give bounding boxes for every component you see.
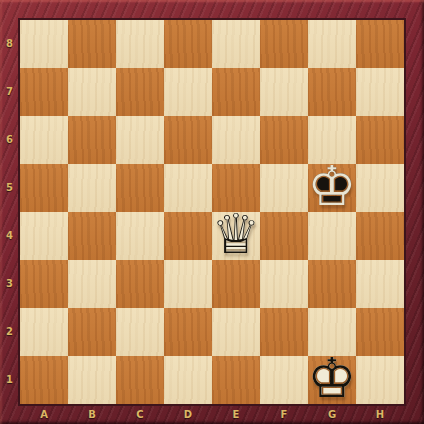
square-d3[interactable] bbox=[164, 260, 212, 308]
file-label-f: F bbox=[260, 406, 308, 424]
square-f8[interactable] bbox=[260, 20, 308, 68]
square-b4[interactable] bbox=[68, 212, 116, 260]
rank-label-8: 8 bbox=[1, 20, 18, 68]
square-d7[interactable] bbox=[164, 68, 212, 116]
black-king-outline-glyph: ♔ bbox=[308, 162, 356, 210]
square-b6[interactable] bbox=[68, 116, 116, 164]
square-c3[interactable] bbox=[116, 260, 164, 308]
rank-label-4: 4 bbox=[1, 212, 18, 260]
square-g3[interactable] bbox=[308, 260, 356, 308]
square-c7[interactable] bbox=[116, 68, 164, 116]
square-h7[interactable] bbox=[356, 68, 404, 116]
square-f2[interactable] bbox=[260, 308, 308, 356]
square-a2[interactable] bbox=[20, 308, 68, 356]
file-label-c: C bbox=[116, 406, 164, 424]
square-h8[interactable] bbox=[356, 20, 404, 68]
file-label-d: D bbox=[164, 406, 212, 424]
square-b2[interactable] bbox=[68, 308, 116, 356]
square-a3[interactable] bbox=[20, 260, 68, 308]
square-h5[interactable] bbox=[356, 164, 404, 212]
square-e4[interactable]: ♛♕ bbox=[212, 212, 260, 260]
square-g6[interactable] bbox=[308, 116, 356, 164]
square-f7[interactable] bbox=[260, 68, 308, 116]
rank-label-5: 5 bbox=[1, 164, 18, 212]
square-e1[interactable] bbox=[212, 356, 260, 404]
square-d4[interactable] bbox=[164, 212, 212, 260]
white-king-filled-glyph: ♚ bbox=[308, 354, 356, 402]
square-a6[interactable] bbox=[20, 116, 68, 164]
square-e2[interactable] bbox=[212, 308, 260, 356]
square-f1[interactable] bbox=[260, 356, 308, 404]
square-c4[interactable] bbox=[116, 212, 164, 260]
square-e6[interactable] bbox=[212, 116, 260, 164]
square-b1[interactable] bbox=[68, 356, 116, 404]
rank-label-2: 2 bbox=[1, 308, 18, 356]
square-e7[interactable] bbox=[212, 68, 260, 116]
rank-label-6: 6 bbox=[1, 116, 18, 164]
square-d5[interactable] bbox=[164, 164, 212, 212]
square-h2[interactable] bbox=[356, 308, 404, 356]
square-c5[interactable] bbox=[116, 164, 164, 212]
square-h1[interactable] bbox=[356, 356, 404, 404]
chess-board-frame: ♚♔♛♕♚♔ 87654321 ABCDEFGH bbox=[0, 0, 424, 424]
white-queen-filled-glyph: ♛ bbox=[212, 210, 260, 258]
square-g2[interactable] bbox=[308, 308, 356, 356]
square-f4[interactable] bbox=[260, 212, 308, 260]
white-king-outline-glyph: ♔ bbox=[308, 354, 356, 402]
square-b7[interactable] bbox=[68, 68, 116, 116]
rank-label-1: 1 bbox=[1, 356, 18, 404]
square-g8[interactable] bbox=[308, 20, 356, 68]
square-c8[interactable] bbox=[116, 20, 164, 68]
square-g7[interactable] bbox=[308, 68, 356, 116]
square-h4[interactable] bbox=[356, 212, 404, 260]
square-a1[interactable] bbox=[20, 356, 68, 404]
square-a4[interactable] bbox=[20, 212, 68, 260]
piece-black-king[interactable]: ♚♔ bbox=[308, 164, 356, 212]
rank-label-3: 3 bbox=[1, 260, 18, 308]
white-queen-outline-glyph: ♕ bbox=[212, 210, 260, 258]
square-h3[interactable] bbox=[356, 260, 404, 308]
square-a8[interactable] bbox=[20, 20, 68, 68]
black-king-filled-glyph: ♚ bbox=[308, 162, 356, 210]
file-label-g: G bbox=[308, 406, 356, 424]
square-d1[interactable] bbox=[164, 356, 212, 404]
square-b8[interactable] bbox=[68, 20, 116, 68]
file-label-a: A bbox=[20, 406, 68, 424]
square-g5[interactable]: ♚♔ bbox=[308, 164, 356, 212]
square-h6[interactable] bbox=[356, 116, 404, 164]
square-e8[interactable] bbox=[212, 20, 260, 68]
square-f5[interactable] bbox=[260, 164, 308, 212]
square-f3[interactable] bbox=[260, 260, 308, 308]
square-b3[interactable] bbox=[68, 260, 116, 308]
piece-white-king[interactable]: ♚♔ bbox=[308, 356, 356, 404]
square-g4[interactable] bbox=[308, 212, 356, 260]
square-a7[interactable] bbox=[20, 68, 68, 116]
square-c1[interactable] bbox=[116, 356, 164, 404]
square-a5[interactable] bbox=[20, 164, 68, 212]
file-label-b: B bbox=[68, 406, 116, 424]
square-g1[interactable]: ♚♔ bbox=[308, 356, 356, 404]
square-d8[interactable] bbox=[164, 20, 212, 68]
rank-label-7: 7 bbox=[1, 68, 18, 116]
file-label-h: H bbox=[356, 406, 404, 424]
square-b5[interactable] bbox=[68, 164, 116, 212]
square-d6[interactable] bbox=[164, 116, 212, 164]
piece-white-queen[interactable]: ♛♕ bbox=[212, 212, 260, 260]
square-c2[interactable] bbox=[116, 308, 164, 356]
file-label-e: E bbox=[212, 406, 260, 424]
square-c6[interactable] bbox=[116, 116, 164, 164]
square-e5[interactable] bbox=[212, 164, 260, 212]
chess-board: ♚♔♛♕♚♔ bbox=[18, 18, 406, 406]
square-e3[interactable] bbox=[212, 260, 260, 308]
square-f6[interactable] bbox=[260, 116, 308, 164]
square-d2[interactable] bbox=[164, 308, 212, 356]
